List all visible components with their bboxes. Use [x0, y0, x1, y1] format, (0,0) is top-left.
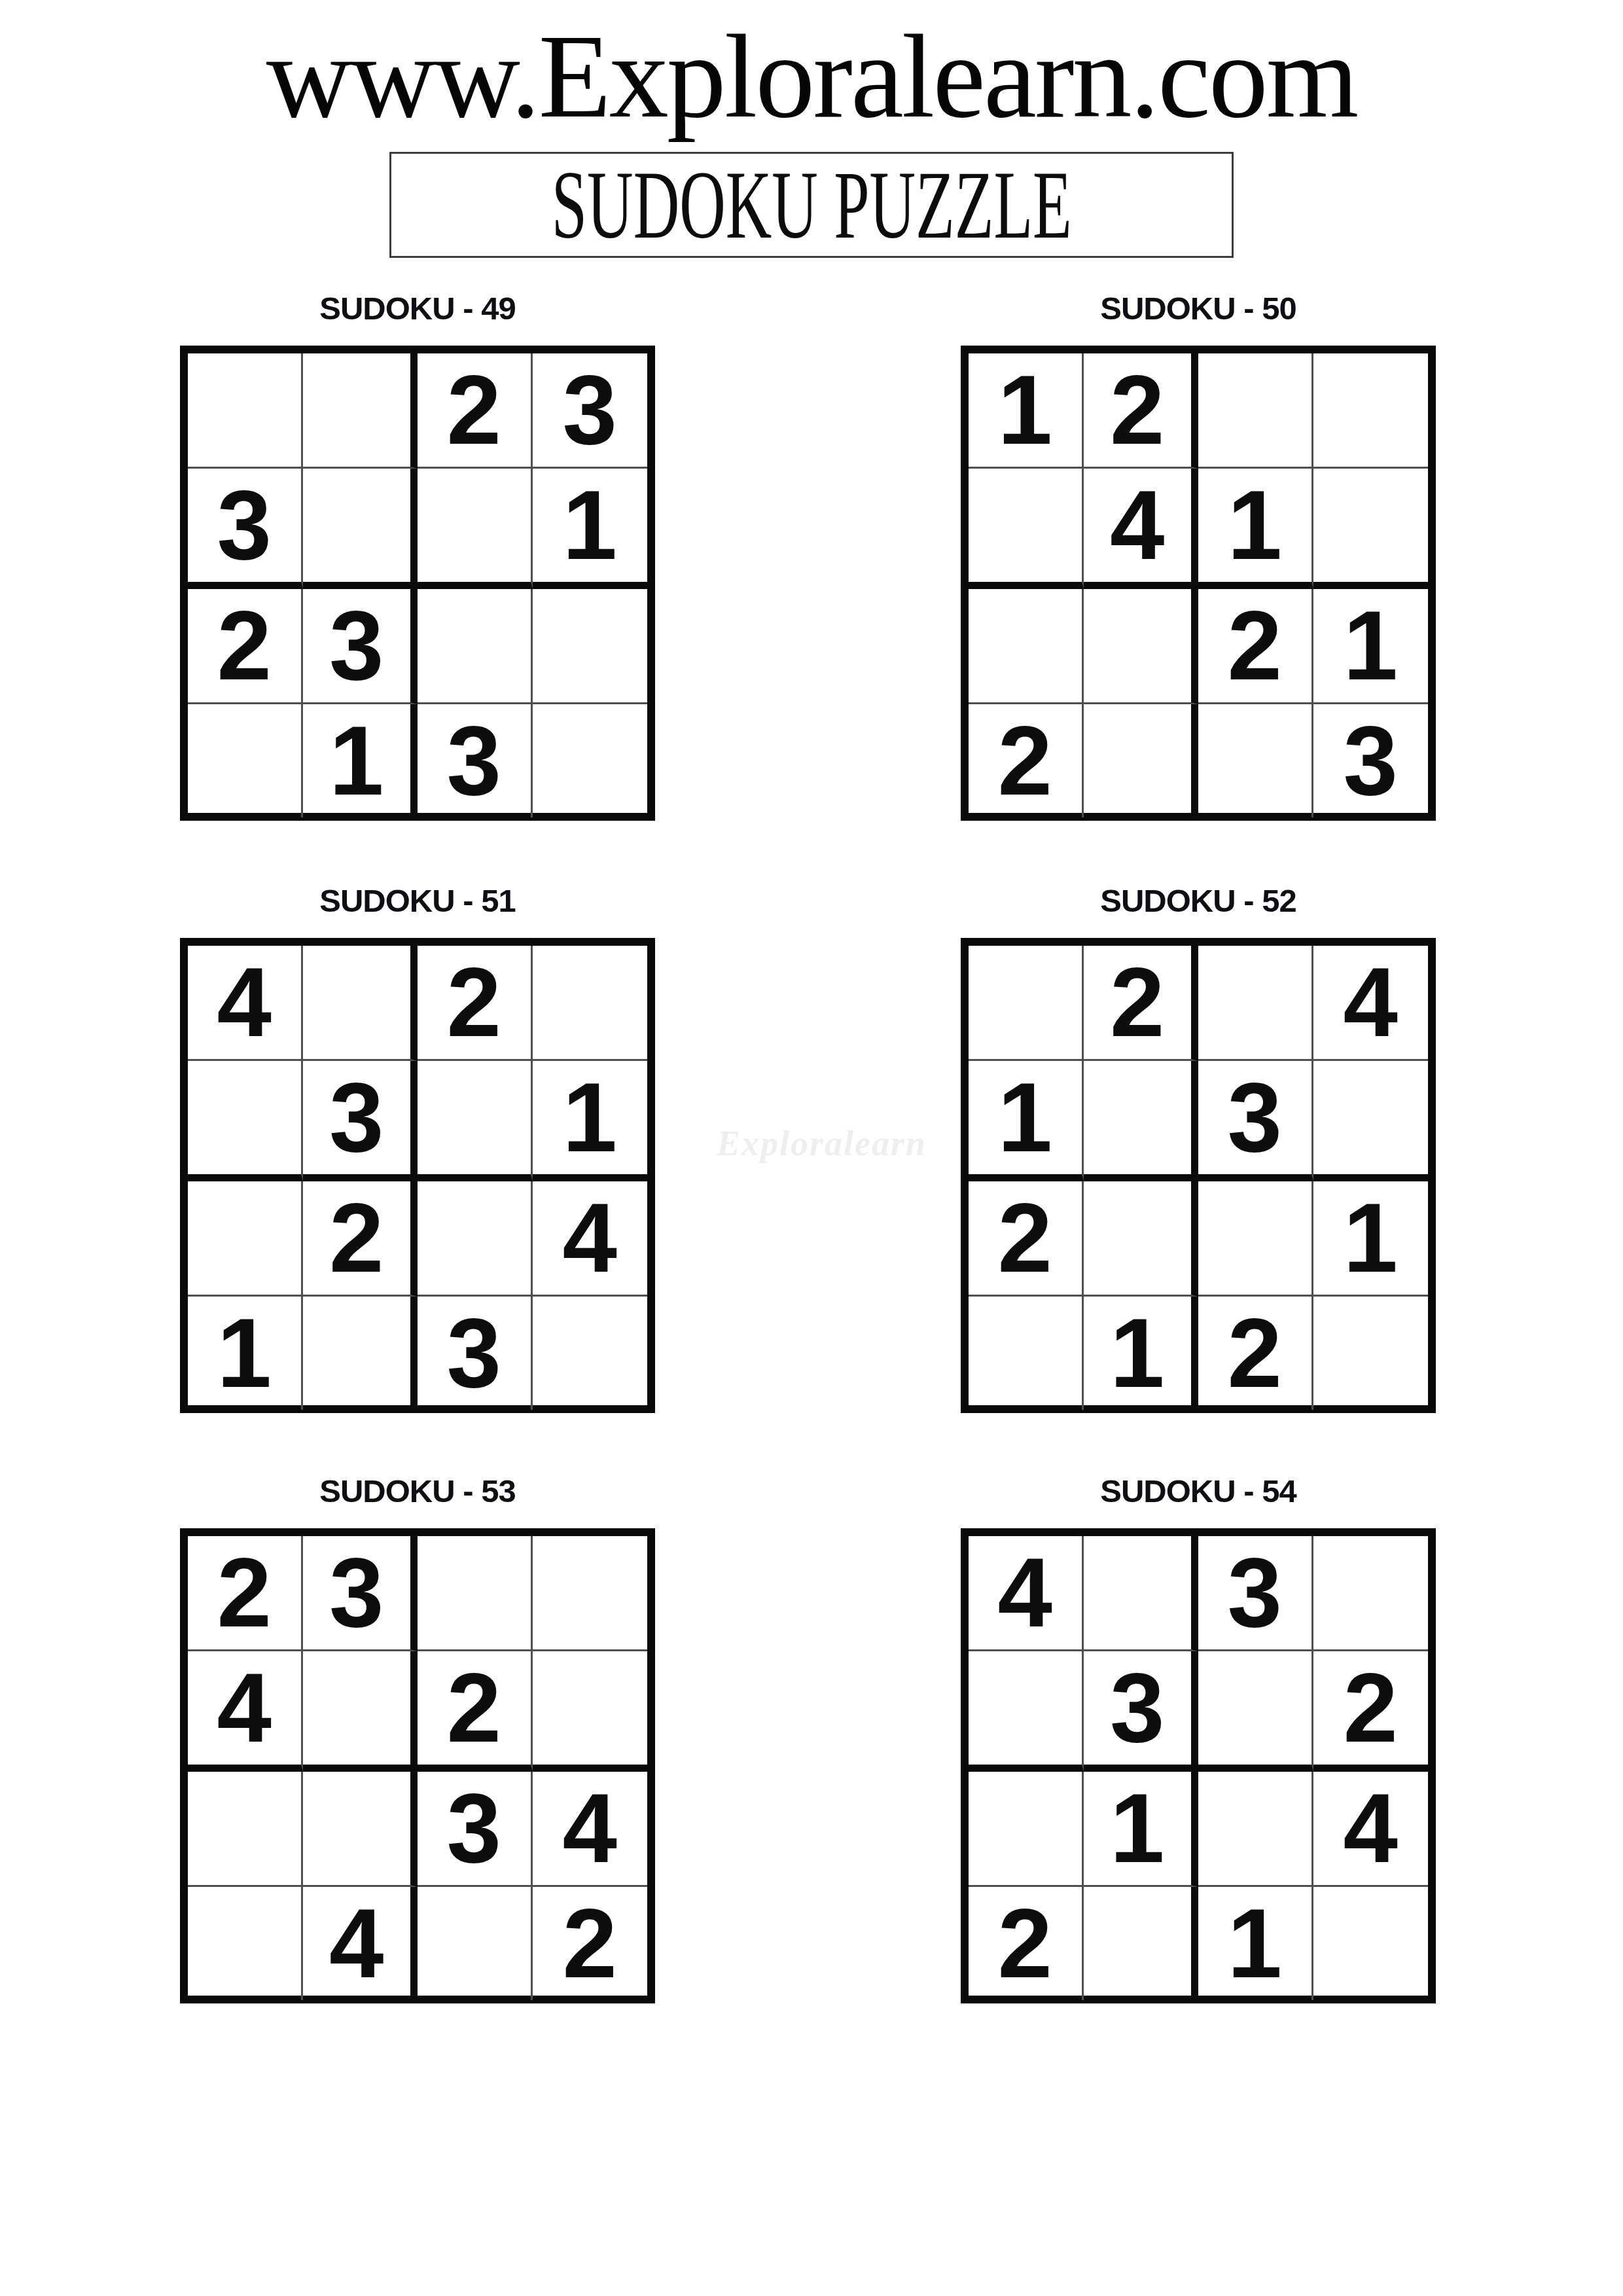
sudoku-cell: [418, 1536, 533, 1651]
puzzle-53-title: SUDOKU - 53: [180, 1472, 655, 1510]
sudoku-cell: 1: [969, 353, 1084, 469]
sudoku-cell: 1: [303, 704, 418, 817]
sudoku-cell: 2: [969, 704, 1084, 817]
sudoku-cell: 1: [969, 1061, 1084, 1181]
sudoku-cell: 1: [1313, 589, 1429, 704]
sudoku-cell: [969, 469, 1084, 589]
sudoku-cell: [1198, 1772, 1313, 1887]
sudoku-cell: [969, 1297, 1084, 1410]
sudoku-cell: [418, 1887, 533, 2000]
sudoku-cell: [533, 1651, 648, 1772]
sudoku-cell: [1198, 946, 1313, 1061]
banner-box: SUDOKU PUZZLE: [389, 152, 1234, 258]
puzzle-54-title: SUDOKU - 54: [961, 1472, 1436, 1510]
sudoku-cell: [418, 1181, 533, 1297]
sudoku-cell: 2: [1084, 353, 1199, 469]
sudoku-cell: [1084, 1061, 1199, 1181]
sudoku-cell: [303, 946, 418, 1061]
sudoku-cell: [1313, 1536, 1429, 1651]
sudoku-cell: 1: [1084, 1297, 1199, 1410]
puzzle-52: SUDOKU - 52 2 4 1 3 2 1 1 2: [961, 882, 1436, 1413]
sudoku-cell: 4: [303, 1887, 418, 2000]
sudoku-cell: 4: [533, 1772, 648, 1887]
sudoku-cell: 3: [303, 1061, 418, 1181]
sudoku-cell: [188, 1887, 303, 2000]
sudoku-cell: 4: [533, 1181, 648, 1297]
sudoku-cell: 2: [1198, 1297, 1313, 1410]
sudoku-cell: [1198, 1651, 1313, 1772]
puzzle-52-grid: 2 4 1 3 2 1 1 2: [961, 938, 1436, 1413]
sudoku-cell: 1: [188, 1297, 303, 1410]
site-title: www.Exploralearn.com: [0, 8, 1623, 145]
sudoku-cell: [533, 946, 648, 1061]
sudoku-cell: 2: [188, 589, 303, 704]
sudoku-cell: [1198, 353, 1313, 469]
sudoku-cell: 2: [418, 1651, 533, 1772]
sudoku-cell: 4: [969, 1536, 1084, 1651]
sudoku-cell: 2: [969, 1887, 1084, 2000]
puzzle-49: SUDOKU - 49 2 3 3 1 2 3 1 3: [180, 289, 655, 821]
sudoku-cell: [303, 1651, 418, 1772]
sudoku-cell: 2: [418, 946, 533, 1061]
sudoku-cell: 4: [1313, 1772, 1429, 1887]
sudoku-cell: 1: [1313, 1181, 1429, 1297]
sudoku-cell: 2: [1084, 946, 1199, 1061]
sudoku-cell: [969, 1772, 1084, 1887]
sudoku-cell: 3: [533, 353, 648, 469]
sudoku-cell: [533, 1536, 648, 1651]
sudoku-cell: [1084, 1181, 1199, 1297]
sudoku-cell: 1: [533, 469, 648, 589]
sudoku-cell: [188, 1181, 303, 1297]
sudoku-cell: [1084, 704, 1199, 817]
sudoku-cell: 4: [1084, 469, 1199, 589]
sudoku-cell: [1313, 1297, 1429, 1410]
sudoku-cell: 3: [1313, 704, 1429, 817]
watermark: Exploralearn: [717, 1123, 927, 1164]
sudoku-cell: 3: [303, 589, 418, 704]
sudoku-cell: 3: [188, 469, 303, 589]
sudoku-cell: 1: [533, 1061, 648, 1181]
puzzle-51-grid: 4 2 3 1 2 4 1 3: [180, 938, 655, 1413]
sudoku-cell: [1313, 469, 1429, 589]
sudoku-cell: [1198, 1181, 1313, 1297]
sudoku-cell: 4: [1313, 946, 1429, 1061]
sudoku-cell: [418, 1061, 533, 1181]
sudoku-cell: 2: [969, 1181, 1084, 1297]
puzzle-50-grid: 1 2 4 1 2 1 2 3: [961, 346, 1436, 821]
sudoku-cell: 3: [418, 1297, 533, 1410]
puzzle-49-grid: 2 3 3 1 2 3 1 3: [180, 346, 655, 821]
sudoku-cell: 2: [188, 1536, 303, 1651]
puzzle-53-grid: 2 3 4 2 3 4 4 2: [180, 1528, 655, 2003]
sudoku-cell: 2: [1313, 1651, 1429, 1772]
sudoku-cell: 3: [1198, 1061, 1313, 1181]
puzzle-53: SUDOKU - 53 2 3 4 2 3 4 4 2: [180, 1472, 655, 2003]
puzzle-54: SUDOKU - 54 4 3 3 2 1 4 2 1: [961, 1472, 1436, 2003]
puzzle-50: SUDOKU - 50 1 2 4 1 2 1 2 3: [961, 289, 1436, 821]
puzzle-51-title: SUDOKU - 51: [180, 882, 655, 920]
sudoku-cell: [533, 589, 648, 704]
puzzle-54-grid: 4 3 3 2 1 4 2 1: [961, 1528, 1436, 2003]
sudoku-cell: [1084, 1536, 1199, 1651]
banner-title: SUDOKU PUZZLE: [552, 149, 1072, 260]
sudoku-cell: 3: [418, 704, 533, 817]
puzzle-49-title: SUDOKU - 49: [180, 289, 655, 327]
sudoku-cell: [1313, 353, 1429, 469]
sudoku-cell: [188, 353, 303, 469]
puzzle-51: SUDOKU - 51 4 2 3 1 2 4 1 3: [180, 882, 655, 1413]
sudoku-cell: [303, 469, 418, 589]
sudoku-cell: [1313, 1061, 1429, 1181]
sudoku-cell: [533, 1297, 648, 1410]
sudoku-cell: [969, 1651, 1084, 1772]
puzzle-52-title: SUDOKU - 52: [961, 882, 1436, 920]
sudoku-cell: 4: [188, 946, 303, 1061]
sudoku-cell: 3: [1198, 1536, 1313, 1651]
sudoku-cell: 3: [303, 1536, 418, 1651]
sudoku-cell: [188, 704, 303, 817]
sudoku-cell: [418, 589, 533, 704]
sudoku-cell: 2: [533, 1887, 648, 2000]
sudoku-cell: 2: [418, 353, 533, 469]
sudoku-cell: [303, 353, 418, 469]
sudoku-cell: [418, 469, 533, 589]
sudoku-cell: [969, 589, 1084, 704]
sudoku-cell: [1313, 1887, 1429, 2000]
sudoku-cell: [1198, 704, 1313, 817]
sudoku-cell: [1084, 589, 1199, 704]
sudoku-cell: [303, 1297, 418, 1410]
sudoku-cell: 3: [418, 1772, 533, 1887]
sudoku-cell: [303, 1772, 418, 1887]
sudoku-cell: [533, 704, 648, 817]
sudoku-cell: 1: [1198, 1887, 1313, 2000]
sudoku-cell: [188, 1061, 303, 1181]
sudoku-cell: 4: [188, 1651, 303, 1772]
worksheet-page: www.Exploralearn.com SUDOKU PUZZLE Explo…: [0, 0, 1623, 2296]
sudoku-cell: [1084, 1887, 1199, 2000]
sudoku-cell: 3: [1084, 1651, 1199, 1772]
sudoku-cell: 1: [1084, 1772, 1199, 1887]
sudoku-cell: 2: [303, 1181, 418, 1297]
sudoku-cell: 2: [1198, 589, 1313, 704]
sudoku-cell: 1: [1198, 469, 1313, 589]
sudoku-cell: [969, 946, 1084, 1061]
sudoku-cell: [188, 1772, 303, 1887]
puzzle-50-title: SUDOKU - 50: [961, 289, 1436, 327]
